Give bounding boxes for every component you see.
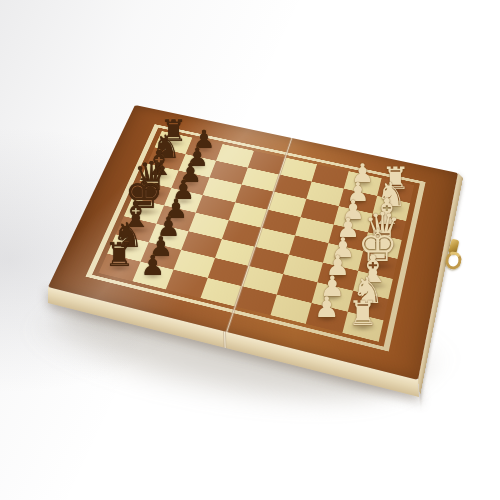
fold-seam-rail [223, 331, 226, 348]
product-photo-stage: ♜♟♞♟♝♟♟♜♛♟♟♞♚♟♟♝♝♟♟♛♞♟♟♚♜♟♟♝♟♞♟♜ [0, 0, 500, 500]
